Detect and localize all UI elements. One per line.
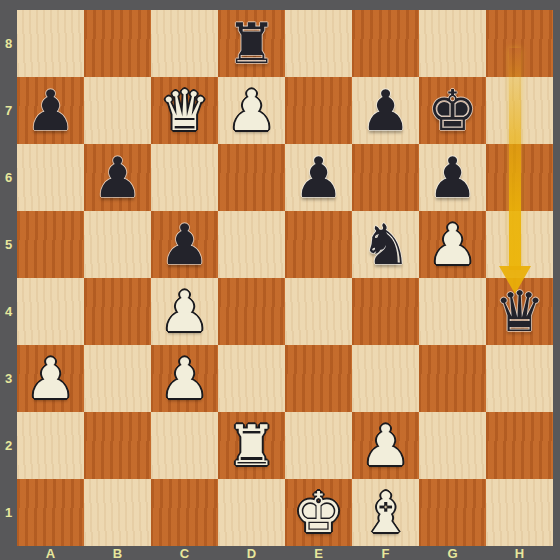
square-b7[interactable] [84,77,151,144]
square-d4[interactable] [218,278,285,345]
square-h7[interactable] [486,77,553,144]
square-c4[interactable]: ♟ [151,278,218,345]
square-b4[interactable] [84,278,151,345]
chess-board: ♜♟♛♟♟♚♟♟♟♟♞♟♟♛♟♟♜♟♚♝ [17,10,553,546]
square-d8[interactable]: ♜ [218,10,285,77]
file-label-d: D [218,546,285,560]
rank-labels-gutter: 87654321 [0,10,17,546]
square-e4[interactable] [285,278,352,345]
chess-app-stage: 87654321 ♜♟♛♟♟♚♟♟♟♟♞♟♟♛♟♟♜♟♚♝ ABCDEFGH [0,0,560,560]
square-f1[interactable]: ♝ [352,479,419,546]
square-f2[interactable]: ♟ [352,412,419,479]
square-h3[interactable] [486,345,553,412]
file-label-h: H [486,546,553,560]
rank-label-1: 1 [0,479,17,546]
square-g7[interactable]: ♚ [419,77,486,144]
rank-label-5: 5 [0,211,17,278]
square-g5[interactable]: ♟ [419,211,486,278]
square-f5[interactable]: ♞ [352,211,419,278]
square-a5[interactable] [17,211,84,278]
piece-black-rook-d8[interactable]: ♜ [226,16,276,72]
square-h5[interactable] [486,211,553,278]
square-f4[interactable] [352,278,419,345]
piece-black-pawn-e6[interactable]: ♟ [293,150,343,206]
square-e3[interactable] [285,345,352,412]
square-f6[interactable] [352,144,419,211]
file-label-b: B [84,546,151,560]
piece-white-pawn-c4[interactable]: ♟ [159,284,209,340]
square-b6[interactable]: ♟ [84,144,151,211]
file-label-c: C [151,546,218,560]
square-d5[interactable] [218,211,285,278]
rank-label-6: 6 [0,144,17,211]
square-a7[interactable]: ♟ [17,77,84,144]
square-e1[interactable]: ♚ [285,479,352,546]
piece-white-pawn-a3[interactable]: ♟ [25,351,75,407]
square-d6[interactable] [218,144,285,211]
square-a8[interactable] [17,10,84,77]
square-f7[interactable]: ♟ [352,77,419,144]
file-label-f: F [352,546,419,560]
square-e8[interactable] [285,10,352,77]
square-d3[interactable] [218,345,285,412]
square-g3[interactable] [419,345,486,412]
square-g2[interactable] [419,412,486,479]
piece-white-king-e1[interactable]: ♚ [293,485,343,541]
square-h8[interactable] [486,10,553,77]
piece-white-rook-d2[interactable]: ♜ [226,418,276,474]
square-a3[interactable]: ♟ [17,345,84,412]
square-f3[interactable] [352,345,419,412]
square-h1[interactable] [486,479,553,546]
rank-label-4: 4 [0,278,17,345]
piece-black-pawn-g6[interactable]: ♟ [427,150,477,206]
piece-black-pawn-b6[interactable]: ♟ [92,150,142,206]
square-b1[interactable] [84,479,151,546]
square-c8[interactable] [151,10,218,77]
piece-white-pawn-g5[interactable]: ♟ [427,217,477,273]
square-c3[interactable]: ♟ [151,345,218,412]
square-g6[interactable]: ♟ [419,144,486,211]
square-d7[interactable]: ♟ [218,77,285,144]
square-d1[interactable] [218,479,285,546]
square-h2[interactable] [486,412,553,479]
piece-white-pawn-c3[interactable]: ♟ [159,351,209,407]
square-c6[interactable] [151,144,218,211]
piece-black-queen-h4[interactable]: ♛ [494,284,544,340]
square-d2[interactable]: ♜ [218,412,285,479]
rank-label-2: 2 [0,412,17,479]
file-label-a: A [17,546,84,560]
square-c2[interactable] [151,412,218,479]
square-c7[interactable]: ♛ [151,77,218,144]
piece-white-bishop-f1[interactable]: ♝ [360,485,410,541]
square-e7[interactable] [285,77,352,144]
square-a4[interactable] [17,278,84,345]
square-h6[interactable] [486,144,553,211]
square-c5[interactable]: ♟ [151,211,218,278]
piece-black-pawn-c5[interactable]: ♟ [159,217,209,273]
piece-white-pawn-f2[interactable]: ♟ [360,418,410,474]
square-h4[interactable]: ♛ [486,278,553,345]
file-label-e: E [285,546,352,560]
square-a1[interactable] [17,479,84,546]
square-g4[interactable] [419,278,486,345]
piece-black-pawn-a7[interactable]: ♟ [25,83,75,139]
square-a2[interactable] [17,412,84,479]
square-e2[interactable] [285,412,352,479]
square-b2[interactable] [84,412,151,479]
square-b5[interactable] [84,211,151,278]
file-labels-gutter: ABCDEFGH [17,546,553,560]
piece-white-pawn-d7[interactable]: ♟ [226,83,276,139]
rank-label-8: 8 [0,10,17,77]
rank-label-3: 3 [0,345,17,412]
square-g1[interactable] [419,479,486,546]
square-e6[interactable]: ♟ [285,144,352,211]
square-f8[interactable] [352,10,419,77]
piece-black-king-g7[interactable]: ♚ [427,83,477,139]
piece-black-knight-f5[interactable]: ♞ [360,217,410,273]
square-e5[interactable] [285,211,352,278]
file-label-g: G [419,546,486,560]
square-c1[interactable] [151,479,218,546]
square-a6[interactable] [17,144,84,211]
rank-label-7: 7 [0,77,17,144]
square-g8[interactable] [419,10,486,77]
piece-white-queen-c7[interactable]: ♛ [159,83,209,139]
piece-black-pawn-f7[interactable]: ♟ [360,83,410,139]
square-b8[interactable] [84,10,151,77]
square-b3[interactable] [84,345,151,412]
